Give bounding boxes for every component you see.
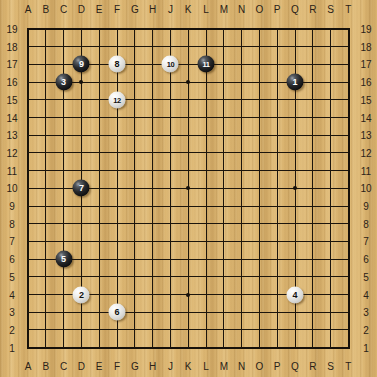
intersection-F19[interactable] [108,20,126,38]
intersection-R2[interactable] [304,321,322,339]
intersection-T2[interactable] [339,321,357,339]
intersection-A7[interactable] [19,232,37,250]
intersection-L15[interactable] [197,91,215,109]
intersection-P3[interactable] [268,303,286,321]
intersection-T13[interactable] [339,126,357,144]
intersection-Q8[interactable] [286,215,304,233]
intersection-C11[interactable] [55,162,73,180]
intersection-A13[interactable] [19,126,37,144]
stone-white-f15[interactable]: 12 [109,91,126,108]
intersection-Q13[interactable] [286,126,304,144]
intersection-C9[interactable] [55,197,73,215]
intersection-N2[interactable] [233,321,251,339]
intersection-P16[interactable] [268,73,286,91]
intersection-B9[interactable] [37,197,55,215]
intersection-M16[interactable] [215,73,233,91]
intersection-J16[interactable] [161,73,179,91]
intersection-G18[interactable] [126,38,144,56]
intersection-K3[interactable] [179,303,197,321]
intersection-O11[interactable] [250,162,268,180]
intersection-J9[interactable] [161,197,179,215]
intersection-A15[interactable] [19,91,37,109]
intersection-G1[interactable] [126,339,144,357]
intersection-B3[interactable] [37,303,55,321]
intersection-A11[interactable] [19,162,37,180]
intersection-T5[interactable] [339,268,357,286]
intersection-T6[interactable] [339,250,357,268]
intersection-O2[interactable] [250,321,268,339]
intersection-S5[interactable] [322,268,340,286]
intersection-L1[interactable] [197,339,215,357]
intersection-N1[interactable] [233,339,251,357]
intersection-F7[interactable] [108,232,126,250]
intersection-K5[interactable] [179,268,197,286]
intersection-F11[interactable] [108,162,126,180]
intersection-F8[interactable] [108,215,126,233]
intersection-P12[interactable] [268,144,286,162]
intersection-L6[interactable] [197,250,215,268]
intersection-B14[interactable] [37,109,55,127]
intersection-C18[interactable] [55,38,73,56]
intersection-S6[interactable] [322,250,340,268]
intersection-N13[interactable] [233,126,251,144]
intersection-S11[interactable] [322,162,340,180]
intersection-J19[interactable] [161,20,179,38]
intersection-C13[interactable] [55,126,73,144]
intersection-N15[interactable] [233,91,251,109]
intersection-D6[interactable] [72,250,90,268]
intersection-K9[interactable] [179,197,197,215]
intersection-S12[interactable] [322,144,340,162]
intersection-T17[interactable] [339,56,357,74]
intersection-S3[interactable] [322,303,340,321]
stone-black-d10[interactable]: 7 [73,180,90,197]
intersection-N9[interactable] [233,197,251,215]
intersection-T15[interactable] [339,91,357,109]
intersection-O3[interactable] [250,303,268,321]
intersection-O10[interactable] [250,179,268,197]
intersection-A2[interactable] [19,321,37,339]
intersection-E2[interactable] [90,321,108,339]
intersection-H7[interactable] [144,232,162,250]
intersection-S1[interactable] [322,339,340,357]
intersection-P9[interactable] [268,197,286,215]
intersection-L4[interactable] [197,285,215,303]
intersection-R13[interactable] [304,126,322,144]
intersection-H4[interactable] [144,285,162,303]
intersection-G3[interactable] [126,303,144,321]
intersection-T19[interactable] [339,20,357,38]
intersection-M1[interactable] [215,339,233,357]
intersection-D19[interactable] [72,20,90,38]
intersection-A3[interactable] [19,303,37,321]
intersection-G10[interactable] [126,179,144,197]
intersection-H1[interactable] [144,339,162,357]
intersection-H19[interactable] [144,20,162,38]
intersection-E10[interactable] [90,179,108,197]
intersection-Q6[interactable] [286,250,304,268]
intersection-F10[interactable] [108,179,126,197]
intersection-L2[interactable] [197,321,215,339]
intersection-B10[interactable] [37,179,55,197]
intersection-G17[interactable] [126,56,144,74]
intersection-M10[interactable] [215,179,233,197]
intersection-O14[interactable] [250,109,268,127]
intersection-M15[interactable] [215,91,233,109]
intersection-A9[interactable] [19,197,37,215]
intersection-R5[interactable] [304,268,322,286]
intersection-C1[interactable] [55,339,73,357]
intersection-P15[interactable] [268,91,286,109]
intersection-N17[interactable] [233,56,251,74]
intersection-F18[interactable] [108,38,126,56]
intersection-N19[interactable] [233,20,251,38]
intersection-G19[interactable] [126,20,144,38]
intersection-B15[interactable] [37,91,55,109]
intersection-C5[interactable] [55,268,73,286]
intersection-L19[interactable] [197,20,215,38]
intersection-Q14[interactable] [286,109,304,127]
intersection-T14[interactable] [339,109,357,127]
intersection-P17[interactable] [268,56,286,74]
intersection-F2[interactable] [108,321,126,339]
intersection-Q15[interactable] [286,91,304,109]
intersection-J3[interactable] [161,303,179,321]
intersection-J11[interactable] [161,162,179,180]
intersection-C19[interactable] [55,20,73,38]
intersection-C2[interactable] [55,321,73,339]
intersection-E3[interactable] [90,303,108,321]
intersection-M17[interactable] [215,56,233,74]
intersection-J7[interactable] [161,232,179,250]
intersection-E6[interactable] [90,250,108,268]
intersection-F14[interactable] [108,109,126,127]
intersection-R14[interactable] [304,109,322,127]
intersection-A10[interactable] [19,179,37,197]
intersection-D12[interactable] [72,144,90,162]
intersection-T10[interactable] [339,179,357,197]
intersection-M18[interactable] [215,38,233,56]
intersection-D9[interactable] [72,197,90,215]
intersection-H18[interactable] [144,38,162,56]
intersection-G15[interactable] [126,91,144,109]
intersection-N18[interactable] [233,38,251,56]
intersection-H12[interactable] [144,144,162,162]
intersection-H17[interactable] [144,56,162,74]
intersection-L5[interactable] [197,268,215,286]
intersection-Q5[interactable] [286,268,304,286]
intersection-R7[interactable] [304,232,322,250]
intersection-J18[interactable] [161,38,179,56]
intersection-B16[interactable] [37,73,55,91]
intersection-Q3[interactable] [286,303,304,321]
intersection-B18[interactable] [37,38,55,56]
stone-white-q4[interactable]: 4 [287,286,304,303]
intersection-S7[interactable] [322,232,340,250]
intersection-C8[interactable] [55,215,73,233]
intersection-E13[interactable] [90,126,108,144]
intersection-O8[interactable] [250,215,268,233]
intersection-A6[interactable] [19,250,37,268]
intersection-O1[interactable] [250,339,268,357]
intersection-K14[interactable] [179,109,197,127]
intersection-P13[interactable] [268,126,286,144]
intersection-G7[interactable] [126,232,144,250]
intersection-C12[interactable] [55,144,73,162]
intersection-L13[interactable] [197,126,215,144]
intersection-E18[interactable] [90,38,108,56]
intersection-S17[interactable] [322,56,340,74]
intersection-K19[interactable] [179,20,197,38]
intersection-M5[interactable] [215,268,233,286]
intersection-M4[interactable] [215,285,233,303]
intersection-Q7[interactable] [286,232,304,250]
intersection-L12[interactable] [197,144,215,162]
intersection-K18[interactable] [179,38,197,56]
intersection-M7[interactable] [215,232,233,250]
intersection-P10[interactable] [268,179,286,197]
intersection-K12[interactable] [179,144,197,162]
intersection-B13[interactable] [37,126,55,144]
intersection-L11[interactable] [197,162,215,180]
intersection-O13[interactable] [250,126,268,144]
intersection-P2[interactable] [268,321,286,339]
intersection-T3[interactable] [339,303,357,321]
intersection-L7[interactable] [197,232,215,250]
intersection-D1[interactable] [72,339,90,357]
intersection-C3[interactable] [55,303,73,321]
intersection-B19[interactable] [37,20,55,38]
intersection-F5[interactable] [108,268,126,286]
intersection-G5[interactable] [126,268,144,286]
intersection-B12[interactable] [37,144,55,162]
intersection-G14[interactable] [126,109,144,127]
intersection-S19[interactable] [322,20,340,38]
intersection-R10[interactable] [304,179,322,197]
intersection-S15[interactable] [322,91,340,109]
intersection-R16[interactable] [304,73,322,91]
intersection-R11[interactable] [304,162,322,180]
intersection-A8[interactable] [19,215,37,233]
intersection-O17[interactable] [250,56,268,74]
stone-black-c16[interactable]: 3 [55,74,72,91]
intersection-C4[interactable] [55,285,73,303]
intersection-D3[interactable] [72,303,90,321]
intersection-T18[interactable] [339,38,357,56]
intersection-S13[interactable] [322,126,340,144]
intersection-B7[interactable] [37,232,55,250]
intersection-S9[interactable] [322,197,340,215]
intersection-T11[interactable] [339,162,357,180]
intersection-F1[interactable] [108,339,126,357]
intersection-H9[interactable] [144,197,162,215]
intersection-L18[interactable] [197,38,215,56]
intersection-F9[interactable] [108,197,126,215]
intersection-T16[interactable] [339,73,357,91]
intersection-J12[interactable] [161,144,179,162]
intersection-M9[interactable] [215,197,233,215]
intersection-B2[interactable] [37,321,55,339]
intersection-J15[interactable] [161,91,179,109]
intersection-M19[interactable] [215,20,233,38]
intersection-T8[interactable] [339,215,357,233]
intersection-N12[interactable] [233,144,251,162]
intersection-S10[interactable] [322,179,340,197]
intersection-J14[interactable] [161,109,179,127]
intersection-R18[interactable] [304,38,322,56]
intersection-A14[interactable] [19,109,37,127]
board-intersections[interactable] [19,20,357,356]
stone-white-f17[interactable]: 8 [109,56,126,73]
intersection-J2[interactable] [161,321,179,339]
intersection-Q9[interactable] [286,197,304,215]
intersection-Q1[interactable] [286,339,304,357]
intersection-H10[interactable] [144,179,162,197]
intersection-H13[interactable] [144,126,162,144]
intersection-A18[interactable] [19,38,37,56]
intersection-Q17[interactable] [286,56,304,74]
intersection-H2[interactable] [144,321,162,339]
intersection-R8[interactable] [304,215,322,233]
intersection-A19[interactable] [19,20,37,38]
intersection-N14[interactable] [233,109,251,127]
intersection-H11[interactable] [144,162,162,180]
intersection-F13[interactable] [108,126,126,144]
intersection-D15[interactable] [72,91,90,109]
intersection-K6[interactable] [179,250,197,268]
intersection-R4[interactable] [304,285,322,303]
intersection-A16[interactable] [19,73,37,91]
intersection-C15[interactable] [55,91,73,109]
intersection-S2[interactable] [322,321,340,339]
intersection-D13[interactable] [72,126,90,144]
intersection-T1[interactable] [339,339,357,357]
intersection-N6[interactable] [233,250,251,268]
intersection-K11[interactable] [179,162,197,180]
intersection-D7[interactable] [72,232,90,250]
intersection-P18[interactable] [268,38,286,56]
intersection-R6[interactable] [304,250,322,268]
intersection-P11[interactable] [268,162,286,180]
intersection-J5[interactable] [161,268,179,286]
intersection-L16[interactable] [197,73,215,91]
intersection-P5[interactable] [268,268,286,286]
intersection-D11[interactable] [72,162,90,180]
intersection-O12[interactable] [250,144,268,162]
intersection-H5[interactable] [144,268,162,286]
intersection-B4[interactable] [37,285,55,303]
intersection-C14[interactable] [55,109,73,127]
intersection-R12[interactable] [304,144,322,162]
intersection-G2[interactable] [126,321,144,339]
intersection-J1[interactable] [161,339,179,357]
intersection-M3[interactable] [215,303,233,321]
intersection-T12[interactable] [339,144,357,162]
intersection-A5[interactable] [19,268,37,286]
intersection-G9[interactable] [126,197,144,215]
intersection-P8[interactable] [268,215,286,233]
intersection-O19[interactable] [250,20,268,38]
intersection-A4[interactable] [19,285,37,303]
stone-white-d4[interactable]: 2 [73,286,90,303]
intersection-G6[interactable] [126,250,144,268]
intersection-N7[interactable] [233,232,251,250]
intersection-E12[interactable] [90,144,108,162]
intersection-S16[interactable] [322,73,340,91]
intersection-N3[interactable] [233,303,251,321]
intersection-P14[interactable] [268,109,286,127]
intersection-Q18[interactable] [286,38,304,56]
intersection-E19[interactable] [90,20,108,38]
intersection-S18[interactable] [322,38,340,56]
intersection-A12[interactable] [19,144,37,162]
intersection-P4[interactable] [268,285,286,303]
intersection-R19[interactable] [304,20,322,38]
intersection-M2[interactable] [215,321,233,339]
intersection-E5[interactable] [90,268,108,286]
intersection-H8[interactable] [144,215,162,233]
intersection-O5[interactable] [250,268,268,286]
intersection-P7[interactable] [268,232,286,250]
intersection-E1[interactable] [90,339,108,357]
intersection-N16[interactable] [233,73,251,91]
intersection-H3[interactable] [144,303,162,321]
intersection-R9[interactable] [304,197,322,215]
intersection-O4[interactable] [250,285,268,303]
intersection-K17[interactable] [179,56,197,74]
intersection-N10[interactable] [233,179,251,197]
intersection-P19[interactable] [268,20,286,38]
intersection-E8[interactable] [90,215,108,233]
intersection-G13[interactable] [126,126,144,144]
intersection-E14[interactable] [90,109,108,127]
intersection-R3[interactable] [304,303,322,321]
intersection-K13[interactable] [179,126,197,144]
intersection-E7[interactable] [90,232,108,250]
intersection-L8[interactable] [197,215,215,233]
intersection-G8[interactable] [126,215,144,233]
intersection-K2[interactable] [179,321,197,339]
intersection-L9[interactable] [197,197,215,215]
intersection-E4[interactable] [90,285,108,303]
intersection-T4[interactable] [339,285,357,303]
intersection-C17[interactable] [55,56,73,74]
intersection-F16[interactable] [108,73,126,91]
intersection-N11[interactable] [233,162,251,180]
intersection-C7[interactable] [55,232,73,250]
intersection-D8[interactable] [72,215,90,233]
intersection-B6[interactable] [37,250,55,268]
intersection-F12[interactable] [108,144,126,162]
intersection-H16[interactable] [144,73,162,91]
stone-black-l17[interactable]: 11 [198,56,215,73]
intersection-A1[interactable] [19,339,37,357]
intersection-O9[interactable] [250,197,268,215]
intersection-M11[interactable] [215,162,233,180]
intersection-N5[interactable] [233,268,251,286]
intersection-B1[interactable] [37,339,55,357]
intersection-A17[interactable] [19,56,37,74]
intersection-E15[interactable] [90,91,108,109]
intersection-E16[interactable] [90,73,108,91]
intersection-P1[interactable] [268,339,286,357]
intersection-M6[interactable] [215,250,233,268]
intersection-R1[interactable] [304,339,322,357]
intersection-Q12[interactable] [286,144,304,162]
intersection-G4[interactable] [126,285,144,303]
intersection-Q2[interactable] [286,321,304,339]
intersection-D5[interactable] [72,268,90,286]
